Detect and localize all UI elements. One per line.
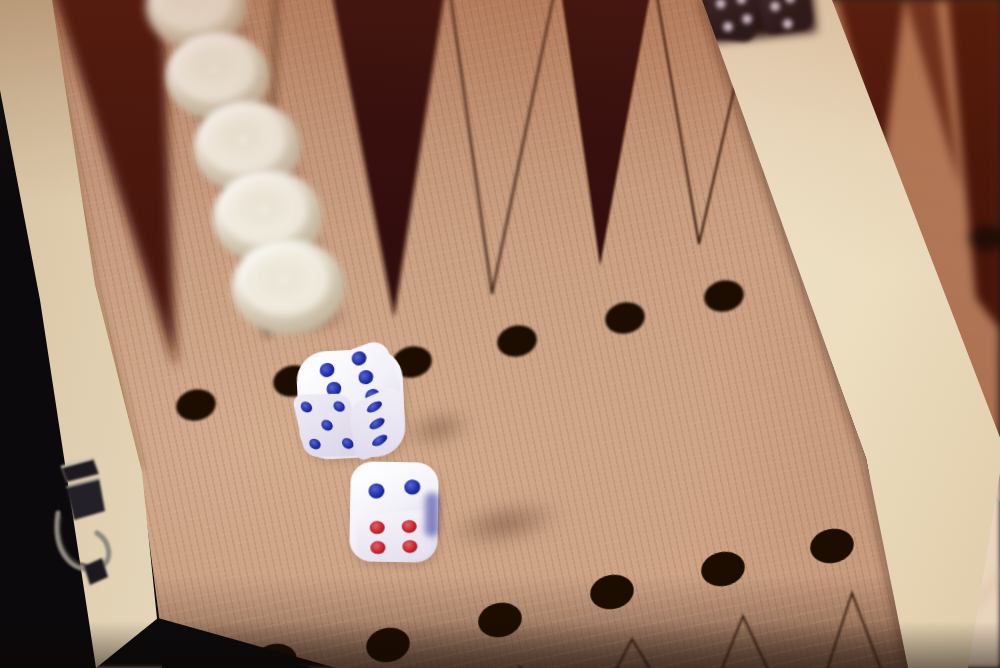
backgammon-board-photo [0,0,1000,668]
clasp-icon [57,458,109,585]
metal-clasp [0,0,1000,668]
